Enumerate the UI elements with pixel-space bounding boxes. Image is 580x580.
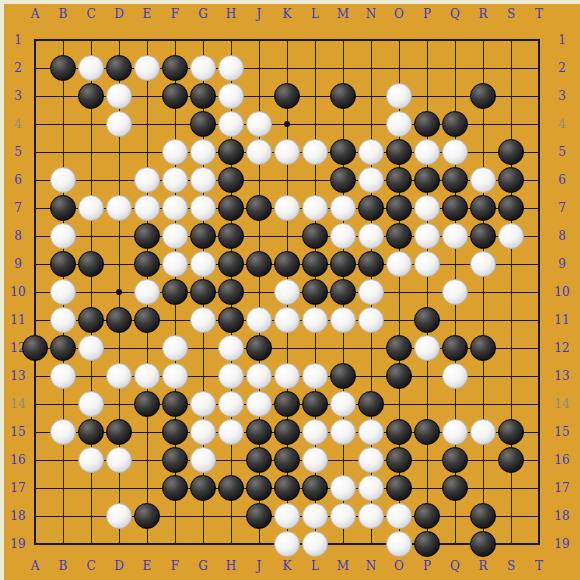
coord-label-right: 1 [550,33,574,47]
black-stone [358,251,384,277]
black-stone [442,335,468,361]
white-stone [330,195,356,221]
white-stone [386,83,412,109]
coord-label-left: 17 [6,481,30,495]
black-stone [470,223,496,249]
black-stone [386,139,412,165]
black-stone [498,139,524,165]
white-stone [414,335,440,361]
black-stone [78,83,104,109]
white-stone [358,307,384,333]
white-stone [246,111,272,137]
coord-label-left: 11 [6,313,30,327]
coord-label-left: 9 [6,257,30,271]
coord-label-left: 7 [6,201,30,215]
coord-label-bottom: D [105,559,133,573]
black-stone [414,111,440,137]
white-stone [274,307,300,333]
window-edge-top [0,0,580,4]
black-stone [386,447,412,473]
coord-label-bottom: H [217,559,245,573]
black-stone [246,447,272,473]
black-stone [442,475,468,501]
white-stone [358,503,384,529]
black-stone [134,307,160,333]
white-stone [246,391,272,417]
white-stone [358,447,384,473]
coord-label-left: 1 [6,33,30,47]
coord-label-top: C [77,7,105,21]
coord-label-left: 14 [6,397,30,411]
coord-label-bottom: Q [441,559,469,573]
black-stone [134,251,160,277]
white-stone [162,335,188,361]
black-stone [442,111,468,137]
coord-label-right: 6 [550,173,574,187]
coord-label-bottom: R [469,559,497,573]
white-stone [50,167,76,193]
coord-label-top: P [413,7,441,21]
black-stone [442,195,468,221]
white-stone [218,335,244,361]
coord-label-left: 10 [6,285,30,299]
white-stone [330,391,356,417]
coord-label-right: 11 [550,313,574,327]
black-stone [302,475,328,501]
white-stone [218,111,244,137]
black-stone [78,307,104,333]
white-stone [190,307,216,333]
coord-label-right: 9 [550,257,574,271]
white-stone [414,139,440,165]
coord-label-right: 5 [550,145,574,159]
black-stone [246,475,272,501]
coord-label-left: 8 [6,229,30,243]
white-stone [218,419,244,445]
black-stone [78,419,104,445]
black-stone [218,223,244,249]
coord-label-bottom: J [245,559,273,573]
white-stone [78,195,104,221]
black-stone [274,83,300,109]
black-stone [134,391,160,417]
white-stone [134,55,160,81]
white-stone [162,195,188,221]
white-stone [106,363,132,389]
coord-label-bottom: P [413,559,441,573]
white-stone [162,139,188,165]
white-stone [358,223,384,249]
black-stone [274,251,300,277]
white-stone [218,363,244,389]
white-stone [190,419,216,445]
white-stone [218,55,244,81]
black-stone [358,391,384,417]
coord-label-left: 2 [6,61,30,75]
coord-label-top: G [189,7,217,21]
white-stone [274,279,300,305]
white-stone [190,167,216,193]
coord-label-right: 4 [550,117,574,131]
coord-label-right: 8 [550,229,574,243]
black-stone [414,167,440,193]
coord-label-bottom: L [301,559,329,573]
black-stone [302,391,328,417]
white-stone [302,419,328,445]
coord-label-right: 16 [550,453,574,467]
black-stone [302,279,328,305]
goban[interactable]: AABBCCDDEEFFGGHHJJKKLLMMNNOOPPQQRRSSTT11… [0,0,580,580]
black-stone [162,419,188,445]
white-stone [386,531,412,557]
black-stone [414,419,440,445]
white-stone [442,279,468,305]
white-stone [78,335,104,361]
black-stone [386,475,412,501]
white-stone [498,223,524,249]
black-stone [330,139,356,165]
white-stone [50,307,76,333]
white-stone [162,223,188,249]
white-stone [190,391,216,417]
black-stone [498,195,524,221]
black-stone [246,503,272,529]
white-stone [358,419,384,445]
coord-label-bottom: E [133,559,161,573]
white-stone [302,503,328,529]
black-stone [50,335,76,361]
white-stone [358,139,384,165]
coord-label-bottom: C [77,559,105,573]
coord-label-right: 18 [550,509,574,523]
white-stone [442,223,468,249]
coord-label-top: A [21,7,49,21]
coord-label-left: 4 [6,117,30,131]
black-stone [442,447,468,473]
black-stone [274,391,300,417]
coord-label-top: E [133,7,161,21]
coord-label-top: Q [441,7,469,21]
black-stone [302,251,328,277]
black-stone [498,447,524,473]
coord-label-left: 13 [6,369,30,383]
black-stone [330,363,356,389]
black-stone [330,83,356,109]
coord-label-left: 16 [6,453,30,467]
coord-label-right: 7 [550,201,574,215]
coord-label-bottom: T [525,559,553,573]
coord-label-top: F [161,7,189,21]
white-stone [106,111,132,137]
coord-label-top: J [245,7,273,21]
black-stone [50,251,76,277]
black-stone [218,139,244,165]
coord-label-top: T [525,7,553,21]
coord-label-left: 6 [6,173,30,187]
black-stone [386,335,412,361]
coord-label-top: H [217,7,245,21]
black-stone [470,531,496,557]
white-stone [106,447,132,473]
black-stone [330,251,356,277]
white-stone [50,279,76,305]
black-stone [162,83,188,109]
white-stone [274,531,300,557]
coord-label-right: 17 [550,481,574,495]
black-stone [274,447,300,473]
black-stone [190,111,216,137]
black-stone [470,83,496,109]
white-stone [106,195,132,221]
black-stone [246,419,272,445]
coord-label-left: 3 [6,89,30,103]
white-stone [106,83,132,109]
black-stone [162,391,188,417]
white-stone [190,55,216,81]
black-stone [106,307,132,333]
white-stone [414,251,440,277]
white-stone [218,83,244,109]
black-stone [106,55,132,81]
black-stone [22,335,48,361]
white-stone [414,195,440,221]
white-stone [470,251,496,277]
black-stone [330,279,356,305]
coord-label-bottom: B [49,559,77,573]
black-stone [274,419,300,445]
black-stone [414,307,440,333]
white-stone [78,55,104,81]
black-stone [246,335,272,361]
coord-label-right: 12 [550,341,574,355]
white-stone [386,503,412,529]
star-point [116,289,122,295]
black-stone [190,83,216,109]
black-stone [414,531,440,557]
white-stone [302,447,328,473]
white-stone [134,195,160,221]
black-stone [218,307,244,333]
coord-label-bottom: K [273,559,301,573]
white-stone [442,139,468,165]
star-point [284,121,290,127]
black-stone [134,503,160,529]
coord-label-top: N [357,7,385,21]
white-stone [274,139,300,165]
black-stone [498,167,524,193]
go-board-app: AABBCCDDEEFFGGHHJJKKLLMMNNOOPPQQRRSSTT11… [0,0,580,580]
black-stone [470,503,496,529]
black-stone [134,223,160,249]
black-stone [162,55,188,81]
white-stone [442,419,468,445]
black-stone [414,503,440,529]
coord-label-left: 5 [6,145,30,159]
white-stone [246,139,272,165]
white-stone [274,195,300,221]
black-stone [498,419,524,445]
black-stone [218,475,244,501]
white-stone [78,391,104,417]
white-stone [246,363,272,389]
coord-label-bottom: M [329,559,357,573]
coord-label-top: L [301,7,329,21]
white-stone [162,251,188,277]
black-stone [50,55,76,81]
white-stone [190,251,216,277]
coord-label-right: 2 [550,61,574,75]
white-stone [470,419,496,445]
white-stone [302,307,328,333]
black-stone [246,195,272,221]
coord-label-top: D [105,7,133,21]
white-stone [358,279,384,305]
black-stone [386,419,412,445]
black-stone [50,195,76,221]
black-stone [358,195,384,221]
white-stone [50,223,76,249]
black-stone [302,223,328,249]
black-stone [162,475,188,501]
coord-label-right: 14 [550,397,574,411]
black-stone [386,167,412,193]
white-stone [274,503,300,529]
white-stone [358,167,384,193]
white-stone [246,307,272,333]
black-stone [386,195,412,221]
white-stone [330,503,356,529]
coord-label-bottom: N [357,559,385,573]
white-stone [78,447,104,473]
white-stone [50,419,76,445]
black-stone [190,475,216,501]
black-stone [330,167,356,193]
white-stone [134,167,160,193]
grid-line-vertical [483,40,484,545]
white-stone [50,363,76,389]
white-stone [330,223,356,249]
black-stone [190,223,216,249]
black-stone [218,279,244,305]
coord-label-top: K [273,7,301,21]
coord-label-right: 15 [550,425,574,439]
window-edge-left [0,0,4,580]
white-stone [330,307,356,333]
coord-label-right: 3 [550,89,574,103]
coord-label-bottom: A [21,559,49,573]
white-stone [470,167,496,193]
coord-label-right: 19 [550,537,574,551]
white-stone [302,531,328,557]
coord-label-bottom: O [385,559,413,573]
black-stone [442,167,468,193]
white-stone [414,223,440,249]
coord-label-top: B [49,7,77,21]
white-stone [134,279,160,305]
black-stone [106,419,132,445]
white-stone [190,195,216,221]
white-stone [302,139,328,165]
coord-label-left: 19 [6,537,30,551]
black-stone [386,363,412,389]
coord-label-left: 15 [6,425,30,439]
black-stone [274,475,300,501]
black-stone [190,279,216,305]
white-stone [134,363,160,389]
coord-label-top: O [385,7,413,21]
coord-label-top: S [497,7,525,21]
white-stone [190,139,216,165]
white-stone [386,251,412,277]
black-stone [162,279,188,305]
white-stone [218,391,244,417]
coord-label-top: R [469,7,497,21]
white-stone [330,475,356,501]
white-stone [162,363,188,389]
white-stone [106,503,132,529]
white-stone [302,195,328,221]
white-stone [162,167,188,193]
black-stone [78,251,104,277]
coord-label-right: 10 [550,285,574,299]
black-stone [470,335,496,361]
black-stone [246,251,272,277]
white-stone [386,111,412,137]
black-stone [218,167,244,193]
coord-label-bottom: G [189,559,217,573]
white-stone [358,475,384,501]
coord-label-bottom: S [497,559,525,573]
grid-line-vertical [539,40,540,545]
black-stone [386,223,412,249]
black-stone [162,447,188,473]
coord-label-bottom: F [161,559,189,573]
coord-label-left: 18 [6,509,30,523]
black-stone [218,195,244,221]
black-stone [470,195,496,221]
white-stone [442,363,468,389]
white-stone [302,363,328,389]
black-stone [218,251,244,277]
coord-label-top: M [329,7,357,21]
coord-label-right: 13 [550,369,574,383]
white-stone [274,363,300,389]
white-stone [330,419,356,445]
white-stone [190,447,216,473]
